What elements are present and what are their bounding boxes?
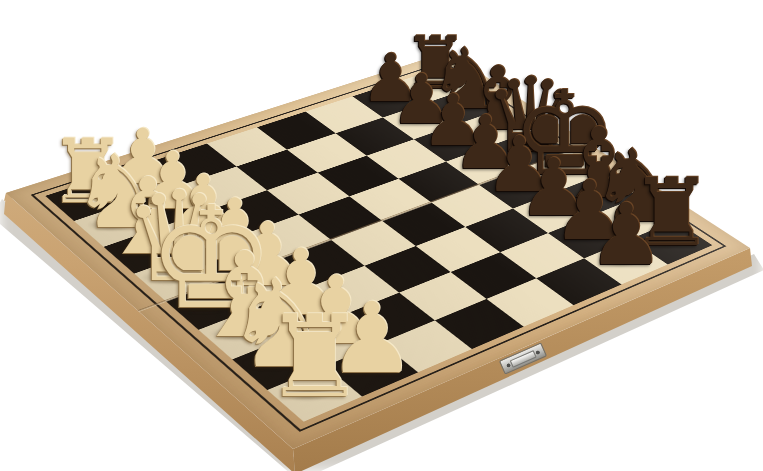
chess-board xyxy=(6,52,750,449)
board-grid xyxy=(45,67,712,421)
chess-set-photo: ♜♟♞♟♝♟♛♟♚♟♟♝♜♟♟♞♞♟♟♜♝♟♟♛♟♚♟♝♟♞♟♜ xyxy=(0,0,763,471)
